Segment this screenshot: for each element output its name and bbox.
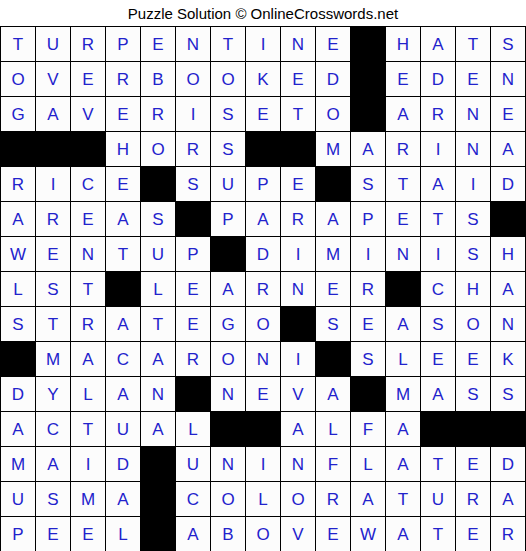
letter-cell: M — [316, 132, 351, 167]
letter-cell: L — [351, 447, 386, 482]
letter-cell: A — [281, 412, 316, 447]
letter-cell: S — [421, 307, 456, 342]
block-cell — [316, 167, 351, 202]
letter-cell: E — [176, 272, 211, 307]
letter-cell: D — [246, 237, 281, 272]
letter-cell: S — [211, 97, 246, 132]
block-cell — [176, 377, 211, 412]
letter-cell: A — [316, 202, 351, 237]
letter-cell: I — [71, 447, 106, 482]
letter-cell: T — [106, 237, 141, 272]
letter-cell: E — [71, 62, 106, 97]
letter-cell: S — [36, 272, 71, 307]
letter-cell: E — [281, 167, 316, 202]
letter-cell: R — [246, 272, 281, 307]
letter-cell: S — [176, 167, 211, 202]
letter-cell: A — [386, 307, 421, 342]
block-cell — [141, 167, 176, 202]
letter-cell: O — [316, 97, 351, 132]
block-cell — [351, 97, 386, 132]
letter-cell: R — [176, 132, 211, 167]
block-cell — [211, 237, 246, 272]
block-cell — [351, 27, 386, 62]
letter-cell: M — [316, 237, 351, 272]
letter-cell: D — [106, 447, 141, 482]
letter-cell: A — [106, 377, 141, 412]
letter-cell: O — [141, 132, 176, 167]
letter-cell: O — [211, 62, 246, 97]
letter-cell: T — [71, 412, 106, 447]
letter-cell: R — [386, 132, 421, 167]
letter-cell: G — [1, 97, 36, 132]
block-cell — [141, 482, 176, 517]
block-cell — [491, 202, 526, 237]
letter-cell: N — [211, 377, 246, 412]
letter-cell: A — [421, 377, 456, 412]
letter-cell: I — [176, 97, 211, 132]
letter-cell: A — [491, 272, 526, 307]
letter-cell: E — [71, 517, 106, 551]
page-title: Puzzle Solution © OnlineCrosswords.net — [128, 5, 398, 22]
letter-cell: E — [36, 517, 71, 551]
letter-cell: H — [106, 132, 141, 167]
letter-cell: T — [386, 167, 421, 202]
letter-cell: A — [386, 412, 421, 447]
letter-cell: A — [71, 342, 106, 377]
letter-cell: P — [106, 27, 141, 62]
letter-cell: U — [211, 167, 246, 202]
letter-cell: O — [456, 307, 491, 342]
letter-cell: M — [386, 377, 421, 412]
letter-cell: A — [176, 517, 211, 551]
letter-cell: W — [1, 237, 36, 272]
letter-cell: A — [421, 167, 456, 202]
letter-cell: N — [141, 377, 176, 412]
letter-cell: E — [456, 517, 491, 551]
letter-cell: S — [456, 237, 491, 272]
letter-cell: E — [71, 202, 106, 237]
letter-cell: I — [246, 447, 281, 482]
letter-cell: A — [351, 132, 386, 167]
letter-cell: O — [211, 482, 246, 517]
letter-cell: E — [386, 202, 421, 237]
letter-cell: P — [351, 202, 386, 237]
letter-cell: S — [351, 167, 386, 202]
letter-cell: N — [491, 62, 526, 97]
letter-cell: O — [246, 517, 281, 551]
letter-cell: V — [71, 97, 106, 132]
letter-cell: M — [36, 342, 71, 377]
letter-cell: L — [1, 272, 36, 307]
block-cell — [316, 342, 351, 377]
letter-cell: S — [141, 202, 176, 237]
letter-cell: R — [421, 97, 456, 132]
letter-cell: T — [281, 97, 316, 132]
letter-cell: S — [491, 377, 526, 412]
letter-cell: A — [36, 447, 71, 482]
letter-cell: L — [246, 482, 281, 517]
block-cell — [456, 412, 491, 447]
letter-cell: E — [456, 447, 491, 482]
block-cell — [281, 307, 316, 342]
crossword-grid: TURPENTINEHATSOVERBOOKEDEDENGAVERISETOAR… — [0, 26, 526, 551]
letter-cell: V — [281, 377, 316, 412]
letter-cell: R — [1, 167, 36, 202]
letter-cell: F — [316, 447, 351, 482]
letter-cell: O — [211, 342, 246, 377]
letter-cell: U — [141, 237, 176, 272]
letter-cell: N — [456, 97, 491, 132]
letter-cell: T — [1, 27, 36, 62]
letter-cell: E — [106, 97, 141, 132]
letter-cell: E — [246, 377, 281, 412]
letter-cell: I — [421, 132, 456, 167]
letter-cell: V — [281, 517, 316, 551]
letter-cell: A — [106, 202, 141, 237]
block-cell — [1, 132, 36, 167]
letter-cell: C — [71, 167, 106, 202]
letter-cell: R — [316, 482, 351, 517]
letter-cell: H — [456, 272, 491, 307]
letter-cell: A — [246, 202, 281, 237]
letter-cell: K — [246, 62, 281, 97]
letter-cell: P — [1, 517, 36, 551]
letter-cell: E — [351, 307, 386, 342]
letter-cell: B — [211, 517, 246, 551]
letter-cell: I — [36, 167, 71, 202]
letter-cell: U — [421, 482, 456, 517]
letter-cell: I — [421, 237, 456, 272]
letter-cell: R — [36, 202, 71, 237]
letter-cell: E — [421, 342, 456, 377]
letter-cell: I — [456, 167, 491, 202]
letter-cell: I — [281, 237, 316, 272]
block-cell — [1, 342, 36, 377]
letter-cell: N — [176, 27, 211, 62]
letter-cell: N — [386, 237, 421, 272]
letter-cell: R — [176, 342, 211, 377]
block-cell — [176, 202, 211, 237]
letter-cell: A — [106, 307, 141, 342]
title-bar: Puzzle Solution © OnlineCrosswords.net — [0, 0, 526, 26]
letter-cell: Y — [36, 377, 71, 412]
letter-cell: E — [246, 97, 281, 132]
letter-cell: L — [106, 517, 141, 551]
block-cell — [71, 132, 106, 167]
letter-cell: A — [421, 27, 456, 62]
letter-cell: T — [211, 27, 246, 62]
letter-cell: E — [386, 62, 421, 97]
letter-cell: S — [211, 132, 246, 167]
letter-cell: H — [386, 27, 421, 62]
letter-cell: D — [491, 167, 526, 202]
block-cell — [211, 412, 246, 447]
letter-cell: E — [316, 272, 351, 307]
letter-cell: U — [1, 482, 36, 517]
letter-cell: R — [71, 307, 106, 342]
letter-cell: S — [36, 482, 71, 517]
letter-cell: T — [421, 517, 456, 551]
letter-cell: L — [71, 377, 106, 412]
letter-cell: S — [491, 27, 526, 62]
letter-cell: N — [456, 132, 491, 167]
letter-cell: F — [351, 412, 386, 447]
letter-cell: R — [456, 482, 491, 517]
letter-cell: P — [211, 202, 246, 237]
letter-cell: A — [491, 482, 526, 517]
letter-cell: L — [141, 272, 176, 307]
letter-cell: M — [71, 482, 106, 517]
letter-cell: E — [36, 237, 71, 272]
letter-cell: L — [386, 342, 421, 377]
letter-cell: N — [491, 307, 526, 342]
letter-cell: T — [71, 272, 106, 307]
letter-cell: S — [456, 377, 491, 412]
letter-cell: T — [386, 482, 421, 517]
puzzle-solution-page: Puzzle Solution © OnlineCrosswords.net T… — [0, 0, 526, 551]
letter-cell: T — [421, 447, 456, 482]
letter-cell: R — [141, 97, 176, 132]
letter-cell: E — [281, 62, 316, 97]
letter-cell: O — [1, 62, 36, 97]
letter-cell: N — [246, 342, 281, 377]
block-cell — [281, 132, 316, 167]
letter-cell: A — [1, 412, 36, 447]
letter-cell: E — [456, 62, 491, 97]
letter-cell: S — [351, 342, 386, 377]
letter-cell: A — [1, 202, 36, 237]
letter-cell: E — [316, 27, 351, 62]
block-cell — [351, 62, 386, 97]
letter-cell: P — [176, 237, 211, 272]
letter-cell: M — [1, 447, 36, 482]
block-cell — [421, 412, 456, 447]
letter-cell: N — [71, 237, 106, 272]
letter-cell: N — [211, 447, 246, 482]
letter-cell: C — [176, 482, 211, 517]
letter-cell: T — [421, 202, 456, 237]
letter-cell: A — [106, 482, 141, 517]
letter-cell: L — [316, 412, 351, 447]
letter-cell: A — [386, 447, 421, 482]
letter-cell: T — [36, 307, 71, 342]
letter-cell: A — [211, 272, 246, 307]
letter-cell: C — [106, 342, 141, 377]
letter-cell: C — [421, 272, 456, 307]
letter-cell: P — [246, 167, 281, 202]
letter-cell: A — [351, 482, 386, 517]
letter-cell: A — [141, 342, 176, 377]
letter-cell: R — [491, 517, 526, 551]
block-cell — [36, 132, 71, 167]
letter-cell: O — [176, 62, 211, 97]
block-cell — [491, 412, 526, 447]
letter-cell: H — [491, 237, 526, 272]
letter-cell: V — [36, 62, 71, 97]
letter-cell: K — [491, 342, 526, 377]
letter-cell: E — [141, 27, 176, 62]
letter-cell: O — [246, 307, 281, 342]
letter-cell: R — [281, 202, 316, 237]
block-cell — [106, 272, 141, 307]
letter-cell: U — [176, 447, 211, 482]
letter-cell: G — [211, 307, 246, 342]
letter-cell: T — [456, 27, 491, 62]
letter-cell: R — [71, 27, 106, 62]
letter-cell: E — [316, 517, 351, 551]
block-cell — [141, 447, 176, 482]
letter-cell: A — [386, 97, 421, 132]
letter-cell: U — [36, 27, 71, 62]
block-cell — [246, 132, 281, 167]
block-cell — [351, 377, 386, 412]
letter-cell: E — [106, 167, 141, 202]
letter-cell: S — [316, 307, 351, 342]
letter-cell: A — [491, 132, 526, 167]
letter-cell: R — [106, 62, 141, 97]
letter-cell: U — [106, 412, 141, 447]
letter-cell: A — [386, 517, 421, 551]
letter-cell: N — [281, 272, 316, 307]
letter-cell: E — [456, 342, 491, 377]
letter-cell: D — [491, 447, 526, 482]
letter-cell: N — [281, 27, 316, 62]
block-cell — [386, 272, 421, 307]
letter-cell: A — [141, 412, 176, 447]
block-cell — [141, 517, 176, 551]
letter-cell: S — [456, 202, 491, 237]
letter-cell: W — [351, 517, 386, 551]
letter-cell: D — [316, 62, 351, 97]
letter-cell: A — [36, 97, 71, 132]
letter-cell: D — [421, 62, 456, 97]
letter-cell: S — [1, 307, 36, 342]
letter-cell: I — [351, 237, 386, 272]
letter-cell: R — [351, 272, 386, 307]
letter-cell: I — [281, 342, 316, 377]
block-cell — [246, 412, 281, 447]
letter-cell: E — [176, 307, 211, 342]
letter-cell: I — [246, 27, 281, 62]
letter-cell: A — [316, 377, 351, 412]
letter-cell: N — [281, 447, 316, 482]
letter-cell: B — [141, 62, 176, 97]
letter-cell: D — [1, 377, 36, 412]
letter-cell: C — [36, 412, 71, 447]
letter-cell: L — [176, 412, 211, 447]
letter-cell: T — [141, 307, 176, 342]
letter-cell: O — [281, 482, 316, 517]
letter-cell: E — [491, 97, 526, 132]
